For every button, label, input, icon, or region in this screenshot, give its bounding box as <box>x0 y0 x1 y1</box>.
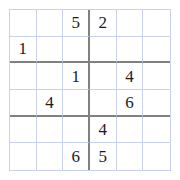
sudoku-cell[interactable] <box>117 37 144 64</box>
sudoku-cell[interactable]: 5 <box>63 10 90 37</box>
given-digit: 1 <box>19 40 28 57</box>
sudoku-board: 5211446465 <box>9 9 171 171</box>
sudoku-cell[interactable] <box>143 117 170 144</box>
sudoku-cell[interactable] <box>37 63 64 90</box>
sudoku-cell[interactable] <box>37 10 64 37</box>
sudoku-cell[interactable] <box>117 10 144 37</box>
sudoku-cell[interactable]: 5 <box>90 143 117 170</box>
sudoku-cell[interactable] <box>10 10 37 37</box>
sudoku-cell[interactable]: 4 <box>117 63 144 90</box>
sudoku-cell[interactable] <box>63 117 90 144</box>
given-digit: 5 <box>71 14 80 31</box>
sudoku-cell[interactable]: 2 <box>90 10 117 37</box>
sudoku-cell[interactable] <box>37 117 64 144</box>
sudoku-cell[interactable]: 6 <box>63 143 90 170</box>
given-digit: 1 <box>71 68 80 85</box>
sudoku-cell[interactable] <box>143 10 170 37</box>
sudoku-cell[interactable]: 1 <box>10 37 37 64</box>
sudoku-cell[interactable]: 6 <box>117 90 144 117</box>
sudoku-cell[interactable] <box>143 143 170 170</box>
sudoku-cell[interactable] <box>37 37 64 64</box>
sudoku-cell[interactable] <box>10 117 37 144</box>
sudoku-cell[interactable] <box>90 37 117 64</box>
sudoku-puzzle-image: 5211446465 <box>0 0 180 180</box>
given-digit: 2 <box>99 14 108 31</box>
given-digit: 6 <box>125 94 134 111</box>
given-digit: 5 <box>99 148 108 165</box>
sudoku-cell[interactable] <box>63 90 90 117</box>
sudoku-cell[interactable] <box>143 37 170 64</box>
sudoku-cell[interactable]: 4 <box>90 117 117 144</box>
sudoku-cell[interactable] <box>63 37 90 64</box>
sudoku-cell[interactable] <box>117 143 144 170</box>
sudoku-cell[interactable] <box>143 90 170 117</box>
sudoku-cell[interactable] <box>37 143 64 170</box>
sudoku-cell[interactable] <box>10 143 37 170</box>
sudoku-cell[interactable] <box>117 117 144 144</box>
sudoku-cell[interactable]: 4 <box>37 90 64 117</box>
sudoku-cell[interactable] <box>10 90 37 117</box>
sudoku-cell[interactable] <box>90 63 117 90</box>
sudoku-cell[interactable] <box>143 63 170 90</box>
given-digit: 4 <box>125 68 134 85</box>
given-digit: 4 <box>99 121 108 138</box>
sudoku-cell[interactable] <box>10 63 37 90</box>
given-digit: 4 <box>45 94 54 111</box>
sudoku-cell[interactable]: 1 <box>63 63 90 90</box>
given-digit: 6 <box>71 148 80 165</box>
sudoku-cell[interactable] <box>90 90 117 117</box>
